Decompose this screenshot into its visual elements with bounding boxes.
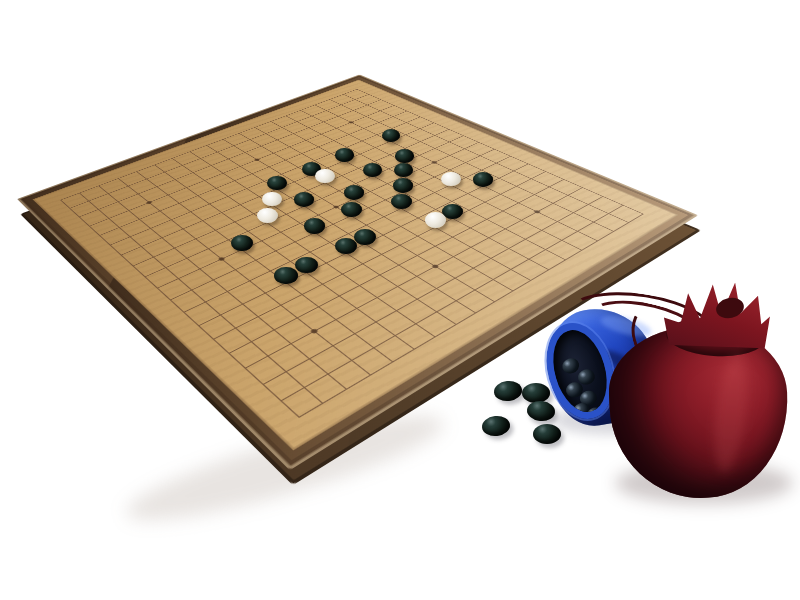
loose-black-stone[interactable] [493,380,523,403]
loose-black-stone[interactable] [526,400,556,423]
black-stone[interactable] [354,229,376,245]
white-stone[interactable] [441,172,461,186]
black-stone[interactable] [363,163,382,177]
star-point [333,205,340,209]
black-stone[interactable] [393,178,413,193]
black-stone[interactable] [344,185,364,200]
black-stone[interactable] [335,148,354,162]
white-stone[interactable] [425,212,446,228]
black-stone[interactable] [335,238,357,254]
white-stone[interactable] [257,208,278,223]
star-point [431,264,439,269]
star-point [348,121,354,124]
star-point [310,328,319,334]
black-stone[interactable] [231,235,253,251]
black-stone[interactable] [274,267,297,284]
bagged-black-stone [560,356,580,375]
go-set-product-photo [0,0,800,600]
loose-black-stone[interactable] [481,415,511,438]
star-point [146,201,153,205]
star-point [533,210,541,214]
black-stone[interactable] [395,149,414,163]
black-stone[interactable] [382,129,400,142]
loose-black-stone[interactable] [522,383,550,403]
black-stone[interactable] [473,172,493,187]
black-stone[interactable] [341,202,362,217]
black-stone[interactable] [267,176,286,190]
star-point [218,257,226,261]
loose-black-stone[interactable] [533,424,561,444]
star-point [254,158,260,161]
black-stone[interactable] [304,218,325,234]
star-point [431,161,438,164]
